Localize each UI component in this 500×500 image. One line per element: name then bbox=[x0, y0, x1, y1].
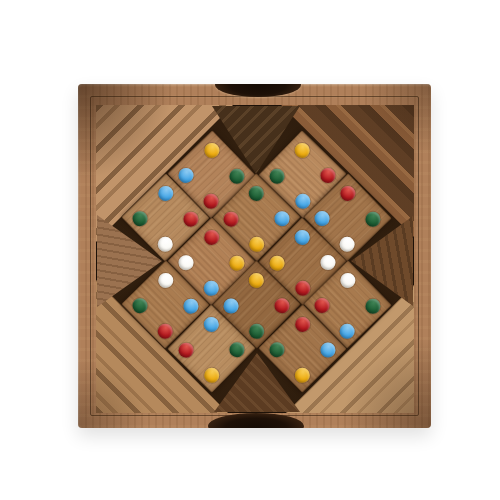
dot-red bbox=[337, 183, 358, 204]
dot-yellow bbox=[246, 270, 267, 291]
dot-yellow bbox=[225, 252, 246, 273]
dot-red bbox=[201, 227, 222, 248]
tray-well bbox=[96, 105, 414, 413]
dot-red bbox=[292, 314, 313, 335]
dot-green bbox=[130, 208, 151, 229]
photo-of-wooden-dot-puzzle bbox=[0, 0, 500, 500]
dot-yellow bbox=[291, 140, 312, 161]
dot-blue bbox=[316, 339, 337, 360]
dot-blue bbox=[312, 208, 333, 229]
dot-green bbox=[225, 339, 246, 360]
dot-green bbox=[362, 209, 383, 230]
dot-white bbox=[155, 233, 176, 254]
dot-blue bbox=[292, 190, 313, 211]
dot-red bbox=[316, 164, 337, 185]
dot-yellow bbox=[266, 252, 287, 273]
dot-blue bbox=[291, 227, 312, 248]
dot-red bbox=[175, 339, 196, 360]
dot-yellow bbox=[201, 140, 222, 161]
dot-green bbox=[362, 296, 383, 317]
dot-yellow bbox=[201, 364, 222, 385]
dot-blue bbox=[337, 320, 358, 341]
finger-notch-top bbox=[215, 84, 301, 97]
dot-blue bbox=[155, 183, 176, 204]
dot-red bbox=[312, 295, 333, 316]
dot-blue bbox=[221, 295, 242, 316]
dot-red bbox=[271, 295, 292, 316]
puzzle-tray bbox=[78, 84, 431, 428]
dot-white bbox=[155, 270, 176, 291]
dot-green bbox=[130, 295, 151, 316]
dot-green bbox=[266, 165, 287, 186]
dot-red bbox=[180, 209, 201, 230]
dot-blue bbox=[180, 296, 201, 317]
dot-green bbox=[266, 339, 287, 360]
dot-green bbox=[246, 183, 267, 204]
dot-white bbox=[316, 251, 337, 272]
tiles-layer bbox=[96, 105, 414, 413]
dot-white bbox=[337, 270, 358, 291]
dot-red bbox=[200, 190, 221, 211]
finger-notch-bottom bbox=[208, 413, 304, 428]
dot-yellow bbox=[291, 364, 312, 385]
dot-blue bbox=[200, 314, 221, 335]
dot-green bbox=[246, 320, 267, 341]
dot-blue bbox=[200, 277, 221, 298]
dot-red bbox=[292, 277, 313, 298]
dot-yellow bbox=[246, 233, 267, 254]
dot-red bbox=[155, 320, 176, 341]
dot-blue bbox=[271, 208, 292, 229]
dot-red bbox=[221, 209, 242, 230]
dot-white bbox=[336, 233, 357, 254]
dot-green bbox=[225, 165, 246, 186]
dot-white bbox=[175, 252, 196, 273]
dot-blue bbox=[175, 164, 196, 185]
